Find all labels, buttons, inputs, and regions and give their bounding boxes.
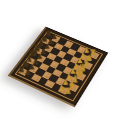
board-grid: ♜♟♟♜♞♟♟♞♝♟♟♝♛♟♟♛♚♟♟♚♝♟♟♝♞♟♟♞♜♟♟♜ bbox=[18, 33, 100, 99]
chess-board: ♜♟♟♜♞♟♟♞♝♟♟♝♛♟♟♛♚♟♟♚♝♟♟♝♞♟♟♞♜♟♟♜ bbox=[8, 27, 109, 108]
piece-gold-rook: ♜ bbox=[65, 87, 73, 95]
board-pinstripe: ♜♟♟♜♞♟♟♞♝♟♟♝♛♟♟♛♚♟♟♚♝♟♟♝♞♟♟♞♜♟♟♜ bbox=[15, 31, 103, 102]
piece-bronze-pawn: ♟ bbox=[25, 70, 31, 77]
chess-set-photo: ♜♟♟♜♞♟♟♞♝♟♟♝♛♟♟♛♚♟♟♚♝♟♟♝♞♟♟♞♜♟♟♜ bbox=[22, 27, 96, 101]
